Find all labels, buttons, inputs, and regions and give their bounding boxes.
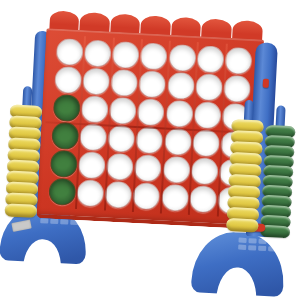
empty-hole: [189, 184, 217, 212]
board-cell-r3c6[interactable]: [193, 100, 223, 129]
empty-hole: [82, 67, 110, 95]
board-cell-r1c3[interactable]: [111, 40, 141, 69]
board-cell-r1c1[interactable]: [55, 37, 85, 66]
empty-hole: [76, 179, 104, 207]
hole-showing-green-disc: [51, 121, 79, 149]
right-green-disc-stack[interactable]: [260, 125, 296, 238]
empty-hole: [83, 39, 111, 67]
empty-hole: [106, 152, 134, 180]
empty-hole: [112, 40, 140, 68]
board-cell-r2c2[interactable]: [81, 66, 111, 95]
board-cell-r6c1[interactable]: [47, 177, 77, 206]
empty-hole: [192, 129, 220, 157]
emboss-rib: [60, 219, 68, 224]
emboss-rib: [40, 218, 48, 223]
empty-hole: [79, 123, 107, 151]
board-cell-r4c4[interactable]: [135, 125, 165, 154]
board-cell-r1c2[interactable]: [83, 38, 113, 67]
board-cell-r3c4[interactable]: [136, 97, 166, 126]
board-cell-r3c2[interactable]: [80, 94, 110, 123]
board-cell-r5c4[interactable]: [133, 153, 163, 182]
emboss-rib: [258, 246, 266, 251]
empty-hole: [107, 124, 135, 152]
board-cell-r5c1[interactable]: [49, 149, 79, 178]
board-cell-r1c7[interactable]: [224, 46, 254, 75]
giant-connect-four-unit: [0, 0, 300, 300]
board-cell-r6c5[interactable]: [160, 182, 190, 211]
empty-hole: [134, 154, 162, 182]
emboss-rib: [50, 219, 58, 224]
board-cell-r3c5[interactable]: [165, 99, 195, 128]
board-cell-r4c1[interactable]: [50, 121, 80, 150]
empty-hole: [110, 68, 138, 96]
hole-showing-green-disc: [52, 93, 80, 121]
board-cell-r6c3[interactable]: [104, 179, 134, 208]
empty-hole: [191, 157, 219, 185]
board-cell-r3c1[interactable]: [52, 93, 82, 122]
empty-hole: [167, 71, 195, 99]
board-cell-r4c5[interactable]: [163, 127, 193, 156]
empty-hole: [133, 182, 161, 210]
board-cell-r6c2[interactable]: [75, 178, 105, 207]
right-foot-embossing: [238, 238, 277, 252]
empty-hole: [225, 46, 253, 74]
empty-hole: [137, 98, 165, 126]
board-cell-r4c3[interactable]: [107, 124, 137, 153]
empty-hole: [80, 95, 108, 123]
board-cell-r5c5[interactable]: [162, 154, 192, 183]
board-cell-r4c6[interactable]: [191, 128, 221, 157]
board-cell-r6c6[interactable]: [188, 184, 218, 213]
empty-hole: [162, 155, 190, 183]
empty-hole: [195, 73, 223, 101]
hole-showing-green-disc: [49, 149, 77, 177]
yellow-disc[interactable]: [226, 218, 259, 233]
empty-hole: [109, 96, 137, 124]
hole-showing-green-disc: [48, 177, 76, 205]
board-cell-r3c3[interactable]: [108, 96, 138, 125]
board-cell-r5c2[interactable]: [77, 150, 107, 179]
board-cell-r1c6[interactable]: [196, 44, 226, 73]
board-cell-r6c4[interactable]: [132, 181, 162, 210]
empty-hole: [161, 183, 189, 211]
empty-hole: [168, 43, 196, 71]
empty-hole: [55, 37, 83, 65]
empty-hole: [54, 65, 82, 93]
board-cell-r2c4[interactable]: [138, 69, 168, 98]
empty-hole: [140, 42, 168, 70]
emboss-rib: [238, 245, 246, 250]
board-cell-r2c5[interactable]: [166, 71, 196, 100]
emboss-rib: [268, 239, 276, 244]
board-cell-r1c5[interactable]: [167, 43, 197, 72]
yellow-disc[interactable]: [5, 203, 38, 218]
board-cell-r2c3[interactable]: [110, 68, 140, 97]
empty-hole: [138, 70, 166, 98]
board-cell-r5c3[interactable]: [105, 152, 135, 181]
empty-hole: [164, 127, 192, 155]
board-cell-r5c6[interactable]: [190, 156, 220, 185]
empty-hole: [193, 101, 221, 129]
right-foot: [191, 230, 286, 297]
empty-hole: [196, 45, 224, 73]
board-cell-r2c6[interactable]: [194, 72, 224, 101]
emboss-rib: [268, 246, 276, 251]
board-cell-r2c1[interactable]: [53, 65, 83, 94]
empty-hole: [78, 151, 106, 179]
board-cell-r2c7[interactable]: [223, 74, 253, 103]
board-cell-r4c2[interactable]: [78, 122, 108, 151]
product-photo-stage: [0, 0, 300, 300]
left-yellow-disc-stack[interactable]: [5, 104, 43, 218]
empty-hole: [104, 180, 132, 208]
empty-hole: [223, 74, 251, 102]
emboss-rib: [238, 238, 246, 243]
empty-hole: [136, 126, 164, 154]
board-cell-r1c4[interactable]: [139, 41, 169, 70]
right-yellow-disc-stack[interactable]: [226, 119, 264, 233]
release-knob[interactable]: [263, 79, 269, 88]
emboss-rib: [70, 220, 78, 225]
emboss-rib: [258, 239, 266, 244]
emboss-rib: [248, 238, 256, 243]
emboss-rib: [248, 245, 256, 250]
empty-hole: [165, 99, 193, 127]
